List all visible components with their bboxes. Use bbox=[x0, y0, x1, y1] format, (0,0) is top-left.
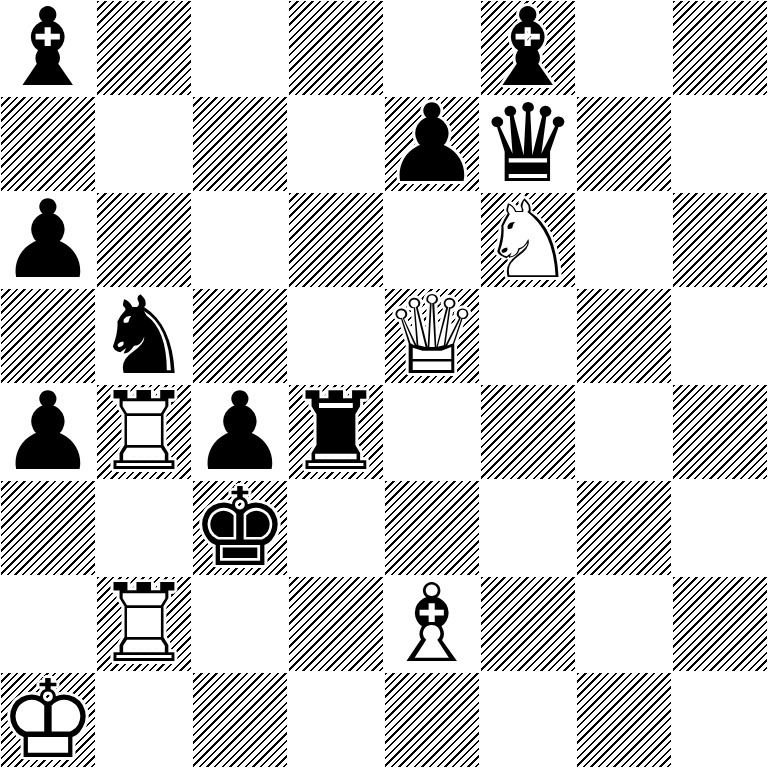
square-b2[interactable]: ♜♖ bbox=[96, 576, 192, 672]
piece-glyph: ♖ bbox=[96, 576, 192, 672]
square-g1[interactable] bbox=[576, 672, 672, 768]
chess-board: ♝♝♝♝♟♟♛♛♟♟♞♘♞♞♛♕♟♟♜♖♟♟♜♜♚♚♜♖♝♗♚♔ bbox=[0, 0, 768, 768]
square-f6[interactable]: ♞♘ bbox=[480, 192, 576, 288]
piece-glyph: ♖ bbox=[96, 384, 192, 480]
square-g2[interactable] bbox=[576, 576, 672, 672]
square-a3[interactable] bbox=[0, 480, 96, 576]
piece-black-bishop[interactable]: ♝♝ bbox=[0, 0, 96, 96]
square-d1[interactable] bbox=[288, 672, 384, 768]
piece-glyph: ♟ bbox=[0, 384, 96, 480]
piece-white-bishop[interactable]: ♝♗ bbox=[384, 576, 480, 672]
square-h8[interactable] bbox=[672, 0, 768, 96]
square-b1[interactable] bbox=[96, 672, 192, 768]
piece-black-rook[interactable]: ♜♜ bbox=[288, 384, 384, 480]
square-b7[interactable] bbox=[96, 96, 192, 192]
piece-glyph: ♚ bbox=[192, 480, 288, 576]
piece-black-pawn[interactable]: ♟♟ bbox=[0, 384, 96, 480]
square-f1[interactable] bbox=[480, 672, 576, 768]
square-a1[interactable]: ♚♔ bbox=[0, 672, 96, 768]
square-f3[interactable] bbox=[480, 480, 576, 576]
square-c7[interactable] bbox=[192, 96, 288, 192]
square-d7[interactable] bbox=[288, 96, 384, 192]
square-h7[interactable] bbox=[672, 96, 768, 192]
piece-white-queen[interactable]: ♛♕ bbox=[384, 288, 480, 384]
piece-glyph: ♟ bbox=[384, 96, 480, 192]
piece-black-pawn[interactable]: ♟♟ bbox=[384, 96, 480, 192]
square-a8[interactable]: ♝♝ bbox=[0, 0, 96, 96]
square-f2[interactable] bbox=[480, 576, 576, 672]
square-e1[interactable] bbox=[384, 672, 480, 768]
square-h5[interactable] bbox=[672, 288, 768, 384]
square-g5[interactable] bbox=[576, 288, 672, 384]
square-f5[interactable] bbox=[480, 288, 576, 384]
square-e2[interactable]: ♝♗ bbox=[384, 576, 480, 672]
square-h2[interactable] bbox=[672, 576, 768, 672]
square-e7[interactable]: ♟♟ bbox=[384, 96, 480, 192]
square-a4[interactable]: ♟♟ bbox=[0, 384, 96, 480]
piece-black-king[interactable]: ♚♚ bbox=[192, 480, 288, 576]
square-b4[interactable]: ♜♖ bbox=[96, 384, 192, 480]
square-g8[interactable] bbox=[576, 0, 672, 96]
piece-glyph: ♟ bbox=[0, 192, 96, 288]
piece-white-rook[interactable]: ♜♖ bbox=[96, 576, 192, 672]
square-d8[interactable] bbox=[288, 0, 384, 96]
piece-white-rook[interactable]: ♜♖ bbox=[96, 384, 192, 480]
piece-glyph: ♝ bbox=[0, 0, 96, 96]
square-e5[interactable]: ♛♕ bbox=[384, 288, 480, 384]
square-g6[interactable] bbox=[576, 192, 672, 288]
square-c6[interactable] bbox=[192, 192, 288, 288]
piece-glyph: ♕ bbox=[384, 288, 480, 384]
piece-glyph: ♔ bbox=[0, 672, 96, 768]
piece-white-knight[interactable]: ♞♘ bbox=[480, 192, 576, 288]
square-d2[interactable] bbox=[288, 576, 384, 672]
square-h4[interactable] bbox=[672, 384, 768, 480]
square-h6[interactable] bbox=[672, 192, 768, 288]
square-a6[interactable]: ♟♟ bbox=[0, 192, 96, 288]
square-d4[interactable]: ♜♜ bbox=[288, 384, 384, 480]
square-c8[interactable] bbox=[192, 0, 288, 96]
piece-glyph: ♘ bbox=[480, 192, 576, 288]
square-f4[interactable] bbox=[480, 384, 576, 480]
square-h1[interactable] bbox=[672, 672, 768, 768]
square-e4[interactable] bbox=[384, 384, 480, 480]
square-c1[interactable] bbox=[192, 672, 288, 768]
square-c2[interactable] bbox=[192, 576, 288, 672]
piece-white-king[interactable]: ♚♔ bbox=[0, 672, 96, 768]
square-d3[interactable] bbox=[288, 480, 384, 576]
square-g7[interactable] bbox=[576, 96, 672, 192]
square-g3[interactable] bbox=[576, 480, 672, 576]
square-h3[interactable] bbox=[672, 480, 768, 576]
square-b8[interactable] bbox=[96, 0, 192, 96]
piece-glyph: ♗ bbox=[384, 576, 480, 672]
piece-glyph: ♜ bbox=[288, 384, 384, 480]
piece-black-pawn[interactable]: ♟♟ bbox=[0, 192, 96, 288]
square-d6[interactable] bbox=[288, 192, 384, 288]
square-c3[interactable]: ♚♚ bbox=[192, 480, 288, 576]
square-g4[interactable] bbox=[576, 384, 672, 480]
